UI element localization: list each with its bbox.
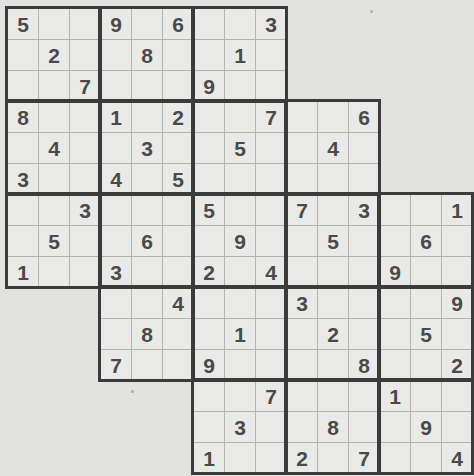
cell-r4c5[interactable]	[131, 101, 162, 132]
given-digit: 3	[358, 199, 370, 220]
cell-r4c12[interactable]: 6	[348, 101, 379, 132]
cell-r7c10[interactable]: 7	[286, 194, 317, 225]
cell-r5c4[interactable]	[100, 132, 131, 163]
cell-r13c15[interactable]	[441, 380, 472, 411]
cell-r9c1[interactable]: 1	[7, 256, 38, 287]
given-digit: 2	[327, 323, 339, 344]
cell-r3c9[interactable]	[255, 70, 286, 101]
cell-r13c14[interactable]	[410, 380, 441, 411]
given-digit: 1	[234, 44, 246, 65]
cell-r12c15[interactable]: 2	[441, 349, 472, 380]
cell-r4c1[interactable]: 8	[7, 101, 38, 132]
cell-r9c15[interactable]	[441, 256, 472, 287]
cell-r9c5[interactable]	[131, 256, 162, 287]
given-digit: 6	[358, 106, 370, 127]
cell-r14c14[interactable]: 9	[410, 411, 441, 442]
cell-r8c2[interactable]: 5	[38, 225, 69, 256]
cell-r6c12[interactable]	[348, 163, 379, 194]
cell-r4c7[interactable]	[193, 101, 224, 132]
cell-r10c10[interactable]: 3	[286, 287, 317, 318]
cell-r9c6[interactable]	[162, 256, 193, 287]
cell-r13c9[interactable]: 7	[255, 380, 286, 411]
cell-r10c9[interactable]	[255, 287, 286, 318]
cell-r2c6[interactable]	[162, 39, 193, 70]
cell-r4c8[interactable]	[224, 101, 255, 132]
given-digit: 1	[17, 261, 29, 282]
cell-r9c2[interactable]	[38, 256, 69, 287]
cell-r5c6[interactable]	[162, 132, 193, 163]
given-digit: 6	[172, 13, 184, 34]
cell-r6c9[interactable]	[255, 163, 286, 194]
cell-r7c9[interactable]	[255, 194, 286, 225]
given-digit: 5	[203, 199, 215, 220]
cell-r7c12[interactable]: 3	[348, 194, 379, 225]
cell-r13c7[interactable]	[193, 380, 224, 411]
cell-r5c2[interactable]: 4	[38, 132, 69, 163]
cell-r2c2[interactable]: 2	[38, 39, 69, 70]
cell-r3c3[interactable]: 7	[69, 70, 100, 101]
cell-r7c15[interactable]: 1	[441, 194, 472, 225]
cell-r14c12[interactable]	[348, 411, 379, 442]
cell-r5c9[interactable]	[255, 132, 286, 163]
given-digit: 8	[358, 354, 370, 375]
cell-r5c3[interactable]	[69, 132, 100, 163]
cell-r2c8[interactable]: 1	[224, 39, 255, 70]
given-digit: 2	[48, 44, 60, 65]
given-digit: 8	[17, 106, 29, 127]
cell-r5c12[interactable]	[348, 132, 379, 163]
cell-r1c5[interactable]	[131, 8, 162, 39]
cell-r7c14[interactable]	[410, 194, 441, 225]
cell-r13c12[interactable]	[348, 380, 379, 411]
given-digit: 9	[203, 354, 215, 375]
cell-r11c4[interactable]	[100, 318, 131, 349]
cell-r9c11[interactable]	[317, 256, 348, 287]
cell-r3c7[interactable]: 9	[193, 70, 224, 101]
cell-r2c9[interactable]	[255, 39, 286, 70]
cell-r12c8[interactable]	[224, 349, 255, 380]
cell-r4c3[interactable]	[69, 101, 100, 132]
cell-r6c2[interactable]	[38, 163, 69, 194]
cell-r2c7[interactable]	[193, 39, 224, 70]
cell-r10c7[interactable]	[193, 287, 224, 318]
cell-r12c14[interactable]	[410, 349, 441, 380]
given-digit: 1	[110, 106, 122, 127]
cell-r9c10[interactable]	[286, 256, 317, 287]
cell-r8c1[interactable]	[7, 225, 38, 256]
cell-r11c9[interactable]	[255, 318, 286, 349]
given-digit: 5	[234, 137, 246, 158]
given-digit: 4	[172, 292, 184, 313]
scan-speck	[370, 10, 373, 13]
cell-r7c3[interactable]: 3	[69, 194, 100, 225]
cell-r10c15[interactable]: 9	[441, 287, 472, 318]
cell-r7c11[interactable]	[317, 194, 348, 225]
cell-r5c1[interactable]	[7, 132, 38, 163]
given-digit: 1	[451, 199, 463, 220]
cell-r6c1[interactable]: 3	[7, 163, 38, 194]
cell-r7c2[interactable]	[38, 194, 69, 225]
scan-speck	[131, 390, 134, 393]
cell-r3c1[interactable]	[7, 70, 38, 101]
cell-r14c8[interactable]: 3	[224, 411, 255, 442]
cell-r3c2[interactable]	[38, 70, 69, 101]
cell-r3c8[interactable]	[224, 70, 255, 101]
cell-r1c8[interactable]	[224, 8, 255, 39]
cell-r3c6[interactable]	[162, 70, 193, 101]
cell-r14c9[interactable]	[255, 411, 286, 442]
given-digit: 6	[420, 230, 432, 251]
cell-r5c7[interactable]	[193, 132, 224, 163]
cell-r9c8[interactable]	[224, 256, 255, 287]
given-digit: 7	[79, 75, 91, 96]
cell-r14c10[interactable]	[286, 411, 317, 442]
cell-r14c7[interactable]	[193, 411, 224, 442]
given-digit: 8	[327, 416, 339, 437]
given-digit: 1	[203, 447, 215, 468]
cell-r7c6[interactable]	[162, 194, 193, 225]
cell-r1c4[interactable]: 9	[100, 8, 131, 39]
cell-r8c5[interactable]: 6	[131, 225, 162, 256]
cell-r11c5[interactable]: 8	[131, 318, 162, 349]
cell-r15c9[interactable]	[255, 442, 286, 473]
cell-r11c11[interactable]: 2	[317, 318, 348, 349]
cell-r2c3[interactable]	[69, 39, 100, 70]
given-digit: 2	[172, 106, 184, 127]
given-digit: 7	[265, 385, 277, 406]
given-digit: 9	[389, 261, 401, 282]
cell-r7c1[interactable]	[7, 194, 38, 225]
cell-r8c4[interactable]	[100, 225, 131, 256]
given-digit: 1	[389, 385, 401, 406]
cell-r12c7[interactable]: 9	[193, 349, 224, 380]
cell-r11c8[interactable]: 1	[224, 318, 255, 349]
cell-r12c9[interactable]	[255, 349, 286, 380]
cell-r15c13[interactable]	[379, 442, 410, 473]
cell-r13c13[interactable]: 1	[379, 380, 410, 411]
cell-r1c6[interactable]: 6	[162, 8, 193, 39]
cell-r7c13[interactable]	[379, 194, 410, 225]
given-digit: 3	[141, 137, 153, 158]
cell-r4c10[interactable]	[286, 101, 317, 132]
cell-r15c14[interactable]	[410, 442, 441, 473]
given-digit: 1	[234, 323, 246, 344]
cell-r7c5[interactable]	[131, 194, 162, 225]
cell-r9c14[interactable]	[410, 256, 441, 287]
cell-r1c9[interactable]: 3	[255, 8, 286, 39]
cell-r7c4[interactable]	[100, 194, 131, 225]
cell-r8c9[interactable]	[255, 225, 286, 256]
cell-r1c7[interactable]	[193, 8, 224, 39]
cell-r15c7[interactable]: 1	[193, 442, 224, 473]
cell-r12c10[interactable]	[286, 349, 317, 380]
cell-r15c11[interactable]	[317, 442, 348, 473]
cell-r14c13[interactable]	[379, 411, 410, 442]
cell-r4c4[interactable]: 1	[100, 101, 131, 132]
given-digit: 9	[203, 75, 215, 96]
cell-r6c10[interactable]	[286, 163, 317, 194]
given-digit: 8	[141, 44, 153, 65]
given-digit: 3	[79, 199, 91, 220]
cell-r5c8[interactable]: 5	[224, 132, 255, 163]
cell-r5c11[interactable]: 4	[317, 132, 348, 163]
cell-r11c6[interactable]	[162, 318, 193, 349]
given-digit: 3	[17, 168, 29, 189]
cell-r13c10[interactable]	[286, 380, 317, 411]
cell-r12c4[interactable]: 7	[100, 349, 131, 380]
cell-r2c5[interactable]: 8	[131, 39, 162, 70]
cell-r15c15[interactable]: 4	[441, 442, 472, 473]
given-digit: 5	[17, 13, 29, 34]
cell-r12c5[interactable]	[131, 349, 162, 380]
cell-r1c2[interactable]	[38, 8, 69, 39]
cell-r14c11[interactable]: 8	[317, 411, 348, 442]
cell-r8c13[interactable]	[379, 225, 410, 256]
cell-r12c11[interactable]	[317, 349, 348, 380]
cell-r8c15[interactable]	[441, 225, 472, 256]
cell-r9c12[interactable]	[348, 256, 379, 287]
cell-r9c13[interactable]: 9	[379, 256, 410, 287]
given-digit: 5	[420, 323, 432, 344]
cell-r9c9[interactable]: 4	[255, 256, 286, 287]
cell-r3c5[interactable]	[131, 70, 162, 101]
cell-r4c9[interactable]: 7	[255, 101, 286, 132]
cell-r7c8[interactable]	[224, 194, 255, 225]
given-digit: 5	[48, 230, 60, 251]
cell-r8c11[interactable]: 5	[317, 225, 348, 256]
given-digit: 5	[172, 168, 184, 189]
cell-r8c14[interactable]: 6	[410, 225, 441, 256]
cell-r10c5[interactable]	[131, 287, 162, 318]
cell-r6c11[interactable]	[317, 163, 348, 194]
cell-r6c7[interactable]	[193, 163, 224, 194]
cell-r7c7[interactable]: 5	[193, 194, 224, 225]
given-digit: 4	[265, 261, 277, 282]
cell-r15c8[interactable]	[224, 442, 255, 473]
sudoku-board: 5963281798127643543453573156956132494398…	[7, 8, 472, 473]
given-digit: 7	[358, 447, 370, 468]
cell-r8c12[interactable]	[348, 225, 379, 256]
cell-r11c15[interactable]	[441, 318, 472, 349]
cell-r15c12[interactable]: 7	[348, 442, 379, 473]
given-digit: 7	[110, 354, 122, 375]
cell-r11c13[interactable]	[379, 318, 410, 349]
given-digit: 6	[141, 230, 153, 251]
cell-r13c8[interactable]	[224, 380, 255, 411]
cell-r8c10[interactable]	[286, 225, 317, 256]
cell-r1c3[interactable]	[69, 8, 100, 39]
given-digit: 4	[110, 168, 122, 189]
given-digit: 9	[110, 13, 122, 34]
cell-r9c3[interactable]	[69, 256, 100, 287]
given-digit: 9	[451, 292, 463, 313]
cell-r4c11[interactable]	[317, 101, 348, 132]
cell-r8c6[interactable]	[162, 225, 193, 256]
cell-r11c7[interactable]	[193, 318, 224, 349]
cell-r11c10[interactable]	[286, 318, 317, 349]
cell-r9c7[interactable]: 2	[193, 256, 224, 287]
cell-r2c1[interactable]	[7, 39, 38, 70]
cell-r6c8[interactable]	[224, 163, 255, 194]
given-digit: 3	[234, 416, 246, 437]
cell-r12c6[interactable]	[162, 349, 193, 380]
cell-r11c12[interactable]	[348, 318, 379, 349]
given-digit: 2	[296, 447, 308, 468]
given-digit: 3	[296, 292, 308, 313]
cell-r2c4[interactable]	[100, 39, 131, 70]
given-digit: 5	[327, 230, 339, 251]
given-digit: 4	[48, 137, 60, 158]
cell-r9c4[interactable]: 3	[100, 256, 131, 287]
cell-r6c6[interactable]: 5	[162, 163, 193, 194]
given-digit: 2	[203, 261, 215, 282]
cell-r10c11[interactable]	[317, 287, 348, 318]
cell-r5c5[interactable]: 3	[131, 132, 162, 163]
given-digit: 8	[141, 323, 153, 344]
cell-r12c12[interactable]: 8	[348, 349, 379, 380]
given-digit: 9	[234, 230, 246, 251]
given-digit: 9	[420, 416, 432, 437]
cell-r8c7[interactable]	[193, 225, 224, 256]
given-digit: 7	[296, 199, 308, 220]
cell-r6c4[interactable]: 4	[100, 163, 131, 194]
cell-r15c10[interactable]: 2	[286, 442, 317, 473]
cell-r3c4[interactable]	[100, 70, 131, 101]
cell-r10c13[interactable]	[379, 287, 410, 318]
cell-r1c1[interactable]: 5	[7, 8, 38, 39]
cell-r12c13[interactable]	[379, 349, 410, 380]
cell-r4c6[interactable]: 2	[162, 101, 193, 132]
given-digit: 3	[110, 261, 122, 282]
cell-r10c4[interactable]	[100, 287, 131, 318]
cell-r6c5[interactable]	[131, 163, 162, 194]
given-digit: 3	[265, 13, 277, 34]
cell-r10c6[interactable]: 4	[162, 287, 193, 318]
cell-r8c8[interactable]: 9	[224, 225, 255, 256]
cell-r13c11[interactable]	[317, 380, 348, 411]
cell-r8c3[interactable]	[69, 225, 100, 256]
cell-r4c2[interactable]	[38, 101, 69, 132]
cell-r11c14[interactable]: 5	[410, 318, 441, 349]
cell-r14c15[interactable]	[441, 411, 472, 442]
cell-r6c3[interactable]	[69, 163, 100, 194]
given-digit: 7	[265, 106, 277, 127]
cell-r10c14[interactable]	[410, 287, 441, 318]
given-digit: 4	[327, 137, 339, 158]
cell-r10c8[interactable]	[224, 287, 255, 318]
given-digit: 4	[451, 447, 463, 468]
cell-r10c12[interactable]	[348, 287, 379, 318]
given-digit: 2	[451, 354, 463, 375]
cell-r5c10[interactable]	[286, 132, 317, 163]
